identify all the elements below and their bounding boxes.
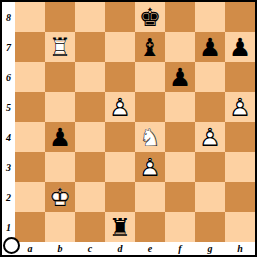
black-rook-d1: ♜ (105, 212, 135, 242)
black-bishop-e7: ♝ (135, 32, 165, 62)
square-a3[interactable] (15, 152, 45, 182)
square-c8[interactable] (75, 2, 105, 32)
square-c1[interactable] (75, 212, 105, 242)
black-pawn-b4: ♟ (45, 122, 75, 152)
chess-board-frame: 87654321 ♚♜♖♝♟♟♟♟♙♟♙♟♞♘♟♙♟♙♚♔♜ abcdefgh (0, 0, 257, 257)
white-king-b2: ♚♔ (45, 182, 75, 212)
square-h4[interactable] (225, 122, 255, 152)
black-king-e8: ♚ (135, 2, 165, 32)
square-g3[interactable] (195, 152, 225, 182)
white-pawn-d5: ♟♙ (105, 92, 135, 122)
square-h5[interactable]: ♟♙ (225, 92, 255, 122)
square-g2[interactable] (195, 182, 225, 212)
square-b7[interactable]: ♜♖ (45, 32, 75, 62)
rank-labels: 87654321 (2, 2, 15, 242)
white-to-move-indicator (3, 237, 20, 254)
square-b2[interactable]: ♚♔ (45, 182, 75, 212)
square-f4[interactable] (165, 122, 195, 152)
square-b6[interactable] (45, 62, 75, 92)
black-pawn-g7: ♟ (195, 32, 225, 62)
square-h1[interactable] (225, 212, 255, 242)
square-f6[interactable]: ♟ (165, 62, 195, 92)
square-d1[interactable]: ♜ (105, 212, 135, 242)
square-c5[interactable] (75, 92, 105, 122)
white-pawn-g4: ♟♙ (195, 122, 225, 152)
square-g5[interactable] (195, 92, 225, 122)
square-e3[interactable]: ♟♙ (135, 152, 165, 182)
square-f8[interactable] (165, 2, 195, 32)
square-b5[interactable] (45, 92, 75, 122)
square-h2[interactable] (225, 182, 255, 212)
rank-label-5: 5 (2, 92, 15, 122)
file-label-d: d (105, 242, 135, 255)
square-d7[interactable] (105, 32, 135, 62)
square-e4[interactable]: ♞♘ (135, 122, 165, 152)
file-label-b: b (45, 242, 75, 255)
square-d8[interactable] (105, 2, 135, 32)
square-c7[interactable] (75, 32, 105, 62)
square-g6[interactable] (195, 62, 225, 92)
square-c6[interactable] (75, 62, 105, 92)
square-b4[interactable]: ♟ (45, 122, 75, 152)
square-b3[interactable] (45, 152, 75, 182)
square-h7[interactable]: ♟ (225, 32, 255, 62)
square-g1[interactable] (195, 212, 225, 242)
rank-label-4: 4 (2, 122, 15, 152)
square-e1[interactable] (135, 212, 165, 242)
square-a7[interactable] (15, 32, 45, 62)
square-d4[interactable] (105, 122, 135, 152)
white-knight-e4: ♞♘ (135, 122, 165, 152)
chess-board[interactable]: ♚♜♖♝♟♟♟♟♙♟♙♟♞♘♟♙♟♙♚♔♜ (15, 2, 255, 242)
square-e5[interactable] (135, 92, 165, 122)
square-f3[interactable] (165, 152, 195, 182)
square-d6[interactable] (105, 62, 135, 92)
white-pawn-e3: ♟♙ (135, 152, 165, 182)
file-label-c: c (75, 242, 105, 255)
square-b8[interactable] (45, 2, 75, 32)
square-h8[interactable] (225, 2, 255, 32)
rank-label-7: 7 (2, 32, 15, 62)
rank-label-2: 2 (2, 182, 15, 212)
file-label-h: h (225, 242, 255, 255)
square-c3[interactable] (75, 152, 105, 182)
file-label-f: f (165, 242, 195, 255)
white-rook-b7: ♜♖ (45, 32, 75, 62)
square-a8[interactable] (15, 2, 45, 32)
square-d5[interactable]: ♟♙ (105, 92, 135, 122)
rank-label-3: 3 (2, 152, 15, 182)
square-c2[interactable] (75, 182, 105, 212)
square-h3[interactable] (225, 152, 255, 182)
square-c4[interactable] (75, 122, 105, 152)
file-label-e: e (135, 242, 165, 255)
square-a2[interactable] (15, 182, 45, 212)
square-h6[interactable] (225, 62, 255, 92)
black-pawn-f6: ♟ (165, 62, 195, 92)
square-g4[interactable]: ♟♙ (195, 122, 225, 152)
square-a4[interactable] (15, 122, 45, 152)
square-d3[interactable] (105, 152, 135, 182)
square-a1[interactable] (15, 212, 45, 242)
square-a6[interactable] (15, 62, 45, 92)
square-e7[interactable]: ♝ (135, 32, 165, 62)
square-g8[interactable] (195, 2, 225, 32)
square-f1[interactable] (165, 212, 195, 242)
file-label-g: g (195, 242, 225, 255)
file-labels: abcdefgh (15, 242, 255, 255)
square-f5[interactable] (165, 92, 195, 122)
square-e6[interactable] (135, 62, 165, 92)
rank-label-8: 8 (2, 2, 15, 32)
black-pawn-h7: ♟ (225, 32, 255, 62)
square-b1[interactable] (45, 212, 75, 242)
square-g7[interactable]: ♟ (195, 32, 225, 62)
square-d2[interactable] (105, 182, 135, 212)
white-pawn-h5: ♟♙ (225, 92, 255, 122)
square-f7[interactable] (165, 32, 195, 62)
square-a5[interactable] (15, 92, 45, 122)
square-e8[interactable]: ♚ (135, 2, 165, 32)
rank-label-6: 6 (2, 62, 15, 92)
square-e2[interactable] (135, 182, 165, 212)
square-f2[interactable] (165, 182, 195, 212)
